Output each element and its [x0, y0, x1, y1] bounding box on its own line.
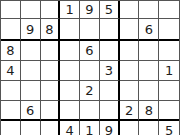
- cell-r3c2[interactable]: [21, 41, 41, 61]
- cell-r3c7[interactable]: [120, 41, 140, 61]
- cell-r5c8[interactable]: [139, 81, 159, 101]
- cell-r4c8[interactable]: [139, 61, 159, 81]
- cell-r2c3: 8: [41, 19, 61, 41]
- cell-r5c5: 2: [80, 81, 100, 101]
- cell-r3c9[interactable]: [159, 41, 179, 61]
- cell-r4c6: 3: [100, 61, 120, 81]
- cell-r4c4[interactable]: [60, 61, 80, 81]
- cell-r6c8: 8: [139, 101, 159, 121]
- cell-r1c5: 9: [80, 1, 100, 19]
- sudoku-board: 1959868643126284195: [0, 0, 180, 135]
- cell-r4c7[interactable]: [120, 61, 140, 81]
- cell-r4c2[interactable]: [21, 61, 41, 81]
- cell-r5c6[interactable]: [100, 81, 120, 101]
- cell-r6c7: 2: [120, 101, 140, 121]
- cell-r6c2: 6: [21, 101, 41, 121]
- cell-r7c6: 9: [100, 121, 120, 135]
- cell-r1c4: 1: [60, 1, 80, 19]
- cell-r3c5: 6: [80, 41, 100, 61]
- cell-r7c4: 4: [60, 121, 80, 135]
- cell-r3c8[interactable]: [139, 41, 159, 61]
- cell-r2c9[interactable]: [159, 19, 179, 41]
- cell-r3c6[interactable]: [100, 41, 120, 61]
- cell-r5c9[interactable]: [159, 81, 179, 101]
- cell-r7c8[interactable]: [139, 121, 159, 135]
- cell-r5c4[interactable]: [60, 81, 80, 101]
- cell-r4c5[interactable]: [80, 61, 100, 81]
- cell-r7c1[interactable]: [1, 121, 21, 135]
- cell-r2c7[interactable]: [120, 19, 140, 41]
- cell-r2c8: 6: [139, 19, 159, 41]
- cell-r4c3[interactable]: [41, 61, 61, 81]
- cell-r4c9: 1: [159, 61, 179, 81]
- cell-r2c5[interactable]: [80, 19, 100, 41]
- cell-r6c1[interactable]: [1, 101, 21, 121]
- cell-r5c3[interactable]: [41, 81, 61, 101]
- cell-r1c9[interactable]: [159, 1, 179, 19]
- cell-r1c7[interactable]: [120, 1, 140, 19]
- cell-r7c5: 1: [80, 121, 100, 135]
- cell-r5c7[interactable]: [120, 81, 140, 101]
- cell-r1c3[interactable]: [41, 1, 61, 19]
- cell-r3c4[interactable]: [60, 41, 80, 61]
- cell-r7c9: 5: [159, 121, 179, 135]
- cell-r6c3[interactable]: [41, 101, 61, 121]
- cell-r6c6[interactable]: [100, 101, 120, 121]
- cell-r2c4[interactable]: [60, 19, 80, 41]
- cell-r2c6[interactable]: [100, 19, 120, 41]
- cell-r5c2[interactable]: [21, 81, 41, 101]
- cell-r1c2[interactable]: [21, 1, 41, 19]
- cell-r2c2: 9: [21, 19, 41, 41]
- cell-r1c6: 5: [100, 1, 120, 19]
- cell-r1c1[interactable]: [1, 1, 21, 19]
- cell-r6c4[interactable]: [60, 101, 80, 121]
- cell-r5c1[interactable]: [1, 81, 21, 101]
- cell-r7c3[interactable]: [41, 121, 61, 135]
- cell-r7c7[interactable]: [120, 121, 140, 135]
- cell-r6c9[interactable]: [159, 101, 179, 121]
- cell-r1c8[interactable]: [139, 1, 159, 19]
- cell-r6c5[interactable]: [80, 101, 100, 121]
- cell-r2c1[interactable]: [1, 19, 21, 41]
- screenshot-stage: 1959868643126284195: [0, 0, 180, 135]
- cell-r3c1: 8: [1, 41, 21, 61]
- cell-r7c2[interactable]: [21, 121, 41, 135]
- cell-r4c1: 4: [1, 61, 21, 81]
- cell-r3c3[interactable]: [41, 41, 61, 61]
